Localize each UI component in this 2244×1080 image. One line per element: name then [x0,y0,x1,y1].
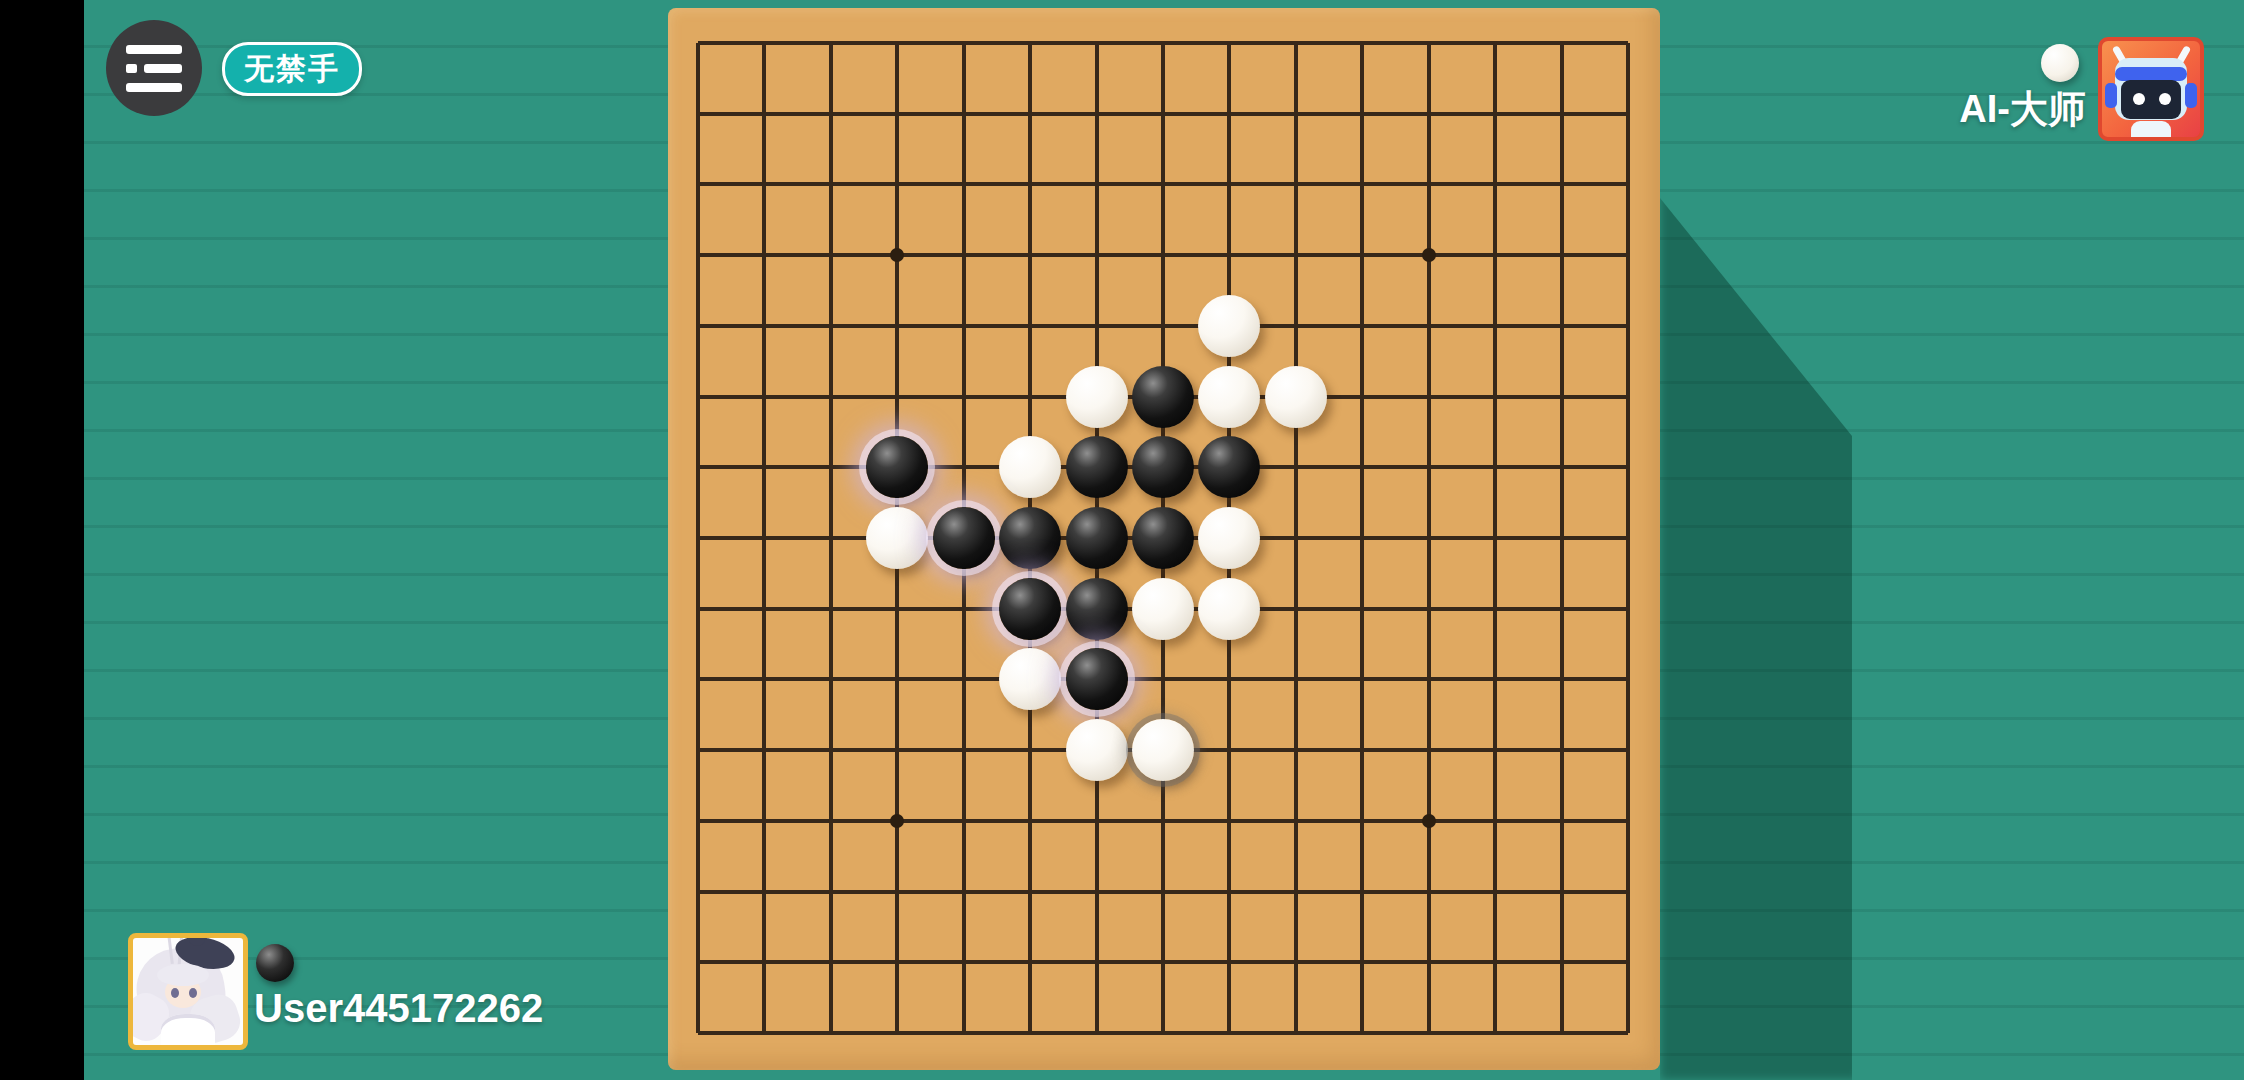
stone-black [1066,436,1128,498]
avatar-bangs [157,964,209,986]
robot-ear [2185,83,2197,108]
stone-black [1132,366,1194,428]
star-point [1422,814,1436,828]
star-point [1422,248,1436,262]
grid-line [698,890,1628,894]
grid-line [1360,43,1364,1033]
board-drop-shadow [1660,0,1860,1080]
robot-ear [2105,83,2117,108]
ai-player-name: AI-大师 [1880,84,2086,135]
grid-line [1427,43,1431,1033]
stone-black [933,507,995,569]
stone-white [1198,366,1260,428]
grid-line [698,677,1628,681]
stone-white [1198,507,1260,569]
robot-eye [2133,93,2145,105]
hamburger-menu-icon [126,83,182,92]
stone-black [1066,648,1128,710]
grid-line [1294,43,1298,1033]
grid-line [1626,43,1630,1033]
grid-line [1493,43,1497,1033]
stone-white [1198,295,1260,357]
user-avatar [128,933,248,1050]
board-grid[interactable] [698,43,1628,1033]
star-point [890,248,904,262]
hamburger-menu-icon-middle [126,64,182,73]
stone-black [999,507,1061,569]
left-letterbox-bar [0,0,84,1080]
ai-stone-color-indicator [2041,44,2079,82]
grid-line [698,819,1628,823]
grid-line [1560,43,1564,1033]
stone-white [1132,719,1194,781]
rule-mode-badge: 无禁手 [222,42,362,96]
avatar-beret-hat [189,934,205,946]
stone-white [999,648,1061,710]
game-screen: 无禁手 AI-大师 User445172262 [0,0,2244,1080]
gomoku-board [668,8,1660,1070]
robot-headband [2115,67,2187,81]
hamburger-menu-icon [126,45,182,54]
stone-black [1198,436,1260,498]
star-point [890,814,904,828]
user-stone-color-indicator [256,944,294,982]
avatar-eye [171,988,179,998]
ai-avatar [2098,37,2204,141]
stone-black [1132,507,1194,569]
robot-body [2131,121,2171,139]
avatar-eye [189,988,197,998]
stone-white [1066,366,1128,428]
grid-line [698,1031,1628,1035]
robot-eye [2159,93,2171,105]
stone-white [1066,719,1128,781]
stone-black [999,578,1061,640]
stone-black [1066,507,1128,569]
stone-white [1265,366,1327,428]
stone-white [866,507,928,569]
stone-white [999,436,1061,498]
stone-white [1198,578,1260,640]
hamburger-menu-icon-square [126,64,137,73]
stone-black [1066,578,1128,640]
stone-black [1132,436,1194,498]
grid-line [698,960,1628,964]
stone-black [866,436,928,498]
avatar-dress [161,1014,215,1046]
robot-visor [2121,80,2181,119]
hamburger-menu-icon-bar [144,64,182,73]
user-player-name: User445172262 [254,986,543,1031]
menu-button[interactable] [106,20,202,116]
stone-white [1132,578,1194,640]
